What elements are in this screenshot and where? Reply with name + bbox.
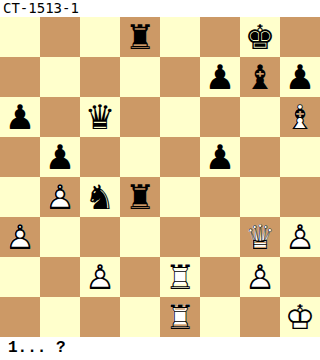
- square-g8[interactable]: ♚: [240, 17, 280, 57]
- square-b3[interactable]: [40, 217, 80, 257]
- square-a2[interactable]: [0, 257, 40, 297]
- square-c2[interactable]: ♟♙: [80, 257, 120, 297]
- square-e5[interactable]: [160, 137, 200, 177]
- piece-black-knight: ♞: [80, 177, 120, 217]
- square-c7[interactable]: [80, 57, 120, 97]
- piece-black-bishop: ♝: [240, 57, 280, 97]
- square-f3[interactable]: [200, 217, 240, 257]
- square-b8[interactable]: [40, 17, 80, 57]
- square-f1[interactable]: [200, 297, 240, 337]
- square-h6[interactable]: ♝♗: [280, 97, 320, 137]
- square-c1[interactable]: [80, 297, 120, 337]
- piece-black-rook: ♜: [120, 177, 160, 217]
- square-g1[interactable]: [240, 297, 280, 337]
- square-g7[interactable]: ♝: [240, 57, 280, 97]
- square-f8[interactable]: [200, 17, 240, 57]
- square-f5[interactable]: ♟: [200, 137, 240, 177]
- piece-white-rook: ♜♖: [160, 257, 200, 297]
- puzzle-id: CT-1513-1: [0, 0, 320, 17]
- piece-white-king: ♚♔: [280, 297, 320, 337]
- piece-black-queen: ♛: [80, 97, 120, 137]
- square-d5[interactable]: [120, 137, 160, 177]
- square-g2[interactable]: ♟♙: [240, 257, 280, 297]
- square-d4[interactable]: ♜: [120, 177, 160, 217]
- square-h1[interactable]: ♚♔: [280, 297, 320, 337]
- square-f6[interactable]: [200, 97, 240, 137]
- square-h8[interactable]: [280, 17, 320, 57]
- square-h4[interactable]: [280, 177, 320, 217]
- square-g3[interactable]: ♛♕: [240, 217, 280, 257]
- square-e3[interactable]: [160, 217, 200, 257]
- piece-black-pawn: ♟: [40, 137, 80, 177]
- move-prompt: 1... ?: [0, 337, 320, 360]
- piece-white-pawn: ♟♙: [0, 217, 40, 257]
- square-h5[interactable]: [280, 137, 320, 177]
- square-e4[interactable]: [160, 177, 200, 217]
- square-c5[interactable]: [80, 137, 120, 177]
- square-h2[interactable]: [280, 257, 320, 297]
- square-a6[interactable]: ♟: [0, 97, 40, 137]
- piece-black-pawn: ♟: [200, 57, 240, 97]
- square-b2[interactable]: [40, 257, 80, 297]
- square-f4[interactable]: [200, 177, 240, 217]
- piece-black-king: ♚: [240, 17, 280, 57]
- square-b6[interactable]: [40, 97, 80, 137]
- square-a1[interactable]: [0, 297, 40, 337]
- square-c4[interactable]: ♞: [80, 177, 120, 217]
- square-a8[interactable]: [0, 17, 40, 57]
- square-h7[interactable]: ♟: [280, 57, 320, 97]
- piece-black-pawn: ♟: [200, 137, 240, 177]
- square-a3[interactable]: ♟♙: [0, 217, 40, 257]
- piece-white-bishop: ♝♗: [280, 97, 320, 137]
- square-d7[interactable]: [120, 57, 160, 97]
- square-d2[interactable]: [120, 257, 160, 297]
- square-g4[interactable]: [240, 177, 280, 217]
- piece-white-queen: ♛♕: [240, 217, 280, 257]
- square-c3[interactable]: [80, 217, 120, 257]
- square-g5[interactable]: [240, 137, 280, 177]
- square-f7[interactable]: ♟: [200, 57, 240, 97]
- square-e8[interactable]: [160, 17, 200, 57]
- square-a5[interactable]: [0, 137, 40, 177]
- piece-white-pawn: ♟♙: [280, 217, 320, 257]
- piece-white-rook: ♜♖: [160, 297, 200, 337]
- square-b1[interactable]: [40, 297, 80, 337]
- square-a4[interactable]: [0, 177, 40, 217]
- chess-board: ♜♚♟♝♟♟♛♝♗♟♟♟♙♞♜♟♙♛♕♟♙♟♙♜♖♟♙♜♖♚♔: [0, 17, 320, 337]
- square-f2[interactable]: [200, 257, 240, 297]
- square-g6[interactable]: [240, 97, 280, 137]
- square-d6[interactable]: [120, 97, 160, 137]
- piece-white-pawn: ♟♙: [80, 257, 120, 297]
- piece-black-pawn: ♟: [280, 57, 320, 97]
- square-e2[interactable]: ♜♖: [160, 257, 200, 297]
- square-d8[interactable]: ♜: [120, 17, 160, 57]
- square-a7[interactable]: [0, 57, 40, 97]
- square-d3[interactable]: [120, 217, 160, 257]
- square-b4[interactable]: ♟♙: [40, 177, 80, 217]
- square-d1[interactable]: [120, 297, 160, 337]
- square-h3[interactable]: ♟♙: [280, 217, 320, 257]
- piece-black-pawn: ♟: [0, 97, 40, 137]
- square-e1[interactable]: ♜♖: [160, 297, 200, 337]
- square-b5[interactable]: ♟: [40, 137, 80, 177]
- square-e6[interactable]: [160, 97, 200, 137]
- square-c8[interactable]: [80, 17, 120, 57]
- piece-white-pawn: ♟♙: [240, 257, 280, 297]
- piece-white-pawn: ♟♙: [40, 177, 80, 217]
- piece-black-rook: ♜: [120, 17, 160, 57]
- square-c6[interactable]: ♛: [80, 97, 120, 137]
- puzzle-page: CT-1513-1 ♜♚♟♝♟♟♛♝♗♟♟♟♙♞♜♟♙♛♕♟♙♟♙♜♖♟♙♜♖♚…: [0, 0, 320, 360]
- square-b7[interactable]: [40, 57, 80, 97]
- square-e7[interactable]: [160, 57, 200, 97]
